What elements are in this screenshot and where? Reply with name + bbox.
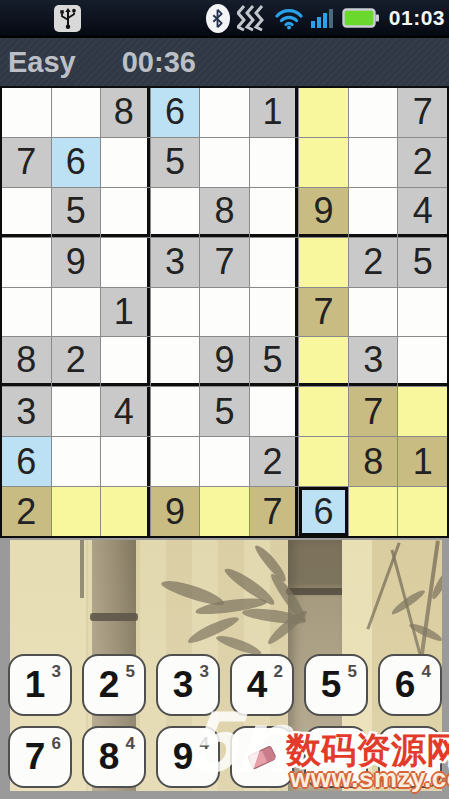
cell-r9c3[interactable]: [101, 487, 150, 536]
cell-r3c7[interactable]: 9: [299, 188, 348, 237]
num-button-digit: 3: [173, 664, 194, 706]
cell-r3c2[interactable]: 5: [52, 188, 101, 237]
cell-r4c3[interactable]: [101, 238, 150, 287]
notes-button[interactable]: #: [378, 726, 442, 788]
difficulty-label: Easy: [8, 46, 76, 79]
num-button-8[interactable]: 84: [82, 726, 146, 788]
cell-r6c4[interactable]: [151, 337, 200, 386]
num-button-count: 4: [126, 734, 135, 754]
cell-r2c6[interactable]: [250, 138, 299, 187]
numpad-row-2: 768494#: [0, 726, 449, 788]
num-button-count: 3: [200, 662, 209, 682]
cell-r6c2[interactable]: 2: [52, 337, 101, 386]
cell-r2c5[interactable]: [200, 138, 249, 187]
sudoku-board: 861776525894937251782953345762812976: [0, 86, 449, 538]
num-button-digit: 6: [395, 664, 416, 706]
num-button-digit: 8: [99, 736, 120, 778]
signal-icon: [311, 7, 335, 29]
eraser-icon: [247, 745, 277, 770]
cell-r1c6[interactable]: 1: [250, 88, 299, 137]
cell-r1c2[interactable]: [52, 88, 101, 137]
num-button-count: 5: [348, 662, 357, 682]
cell-r8c4[interactable]: [151, 437, 200, 486]
cell-r5c8[interactable]: [349, 288, 398, 337]
cell-r5c5[interactable]: [200, 288, 249, 337]
cell-r2c4[interactable]: 5: [151, 138, 200, 187]
cell-r5c4[interactable]: [151, 288, 200, 337]
cell-r9c2[interactable]: [52, 487, 101, 536]
cell-r1c5[interactable]: [200, 88, 249, 137]
cell-r7c6[interactable]: [250, 387, 299, 436]
cell-r7c3[interactable]: 4: [101, 387, 150, 436]
obscured-tool-button[interactable]: [304, 726, 368, 788]
num-button-7[interactable]: 76: [8, 726, 72, 788]
cell-r4c6[interactable]: [250, 238, 299, 287]
num-button-3[interactable]: 33: [156, 654, 220, 716]
vibrate-icon: [237, 4, 267, 32]
cell-r9c1[interactable]: 2: [2, 487, 51, 536]
cell-r8c1[interactable]: 6: [2, 437, 51, 486]
lower-panel: 132533425564 768494#: [0, 538, 449, 799]
cell-r1c9[interactable]: 7: [398, 88, 447, 137]
num-button-digit: 2: [99, 664, 120, 706]
cell-r7c8[interactable]: 7: [349, 387, 398, 436]
cell-r7c9[interactable]: [398, 387, 447, 436]
cell-r9c8[interactable]: [349, 487, 398, 536]
cell-r7c1[interactable]: 3: [2, 387, 51, 436]
cell-r7c2[interactable]: [52, 387, 101, 436]
cell-r1c4[interactable]: 6: [151, 88, 200, 137]
usb-icon: [54, 5, 81, 32]
cell-r8c6[interactable]: 2: [250, 437, 299, 486]
phone-screen: 01:03 Easy 00:36 86177652589493725178295…: [0, 0, 449, 799]
num-button-count: 3: [52, 662, 61, 682]
battery-icon: [342, 6, 380, 30]
cell-r7c7[interactable]: [299, 387, 348, 436]
num-button-count: 4: [422, 662, 431, 682]
cell-r2c8[interactable]: [349, 138, 398, 187]
cell-r9c5[interactable]: [200, 487, 249, 536]
num-button-digit: 4: [247, 664, 268, 706]
num-button-9[interactable]: 94: [156, 726, 220, 788]
num-button-count: 5: [126, 662, 135, 682]
num-button-5[interactable]: 55: [304, 654, 368, 716]
num-button-6[interactable]: 64: [378, 654, 442, 716]
num-button-2[interactable]: 25: [82, 654, 146, 716]
timer-label: 00:36: [122, 46, 196, 79]
num-button-digit: 9: [173, 736, 194, 778]
cell-r4c5[interactable]: 7: [200, 238, 249, 287]
cell-r8c3[interactable]: [101, 437, 150, 486]
cell-r6c1[interactable]: 8: [2, 337, 51, 386]
cell-r6c3[interactable]: [101, 337, 150, 386]
cell-r8c9[interactable]: 1: [398, 437, 447, 486]
cell-r6c7[interactable]: [299, 337, 348, 386]
cell-r2c9[interactable]: 2: [398, 138, 447, 187]
bluetooth-icon: [206, 4, 230, 33]
cell-r6c6[interactable]: 5: [250, 337, 299, 386]
eraser-button[interactable]: [230, 726, 294, 788]
cell-r9c9[interactable]: [398, 487, 447, 536]
game-header: Easy 00:36: [0, 38, 449, 86]
cell-r9c6[interactable]: 7: [250, 487, 299, 536]
cell-r6c9[interactable]: [398, 337, 447, 386]
cell-r5c1[interactable]: [2, 288, 51, 337]
cell-r1c8[interactable]: [349, 88, 398, 137]
cell-r1c7[interactable]: [299, 88, 348, 137]
cell-r7c4[interactable]: [151, 387, 200, 436]
cell-r3c1[interactable]: [2, 188, 51, 237]
cell-r8c2[interactable]: [52, 437, 101, 486]
cell-r8c5[interactable]: [200, 437, 249, 486]
cell-r4c8[interactable]: 2: [349, 238, 398, 287]
cell-r1c1[interactable]: [2, 88, 51, 137]
wifi-icon: [274, 6, 304, 30]
cell-r4c9[interactable]: 5: [398, 238, 447, 287]
cell-r5c9[interactable]: [398, 288, 447, 337]
cell-r4c2[interactable]: 9: [52, 238, 101, 287]
cell-r5c3[interactable]: 1: [101, 288, 150, 337]
cell-r8c7[interactable]: [299, 437, 348, 486]
cell-r3c6[interactable]: [250, 188, 299, 237]
cell-r3c3[interactable]: [101, 188, 150, 237]
cell-r8c8[interactable]: 8: [349, 437, 398, 486]
cell-r3c5[interactable]: 8: [200, 188, 249, 237]
cell-r3c9[interactable]: 4: [398, 188, 447, 237]
cell-r9c4[interactable]: 9: [151, 487, 200, 536]
num-button-count: 6: [52, 734, 61, 754]
cell-r5c7[interactable]: 7: [299, 288, 348, 337]
clock-time: 01:03: [389, 6, 445, 30]
cell-r4c7[interactable]: [299, 238, 348, 287]
cell-r7c5[interactable]: 5: [200, 387, 249, 436]
num-button-digit: 7: [25, 736, 46, 778]
num-button-count: 4: [200, 734, 209, 754]
num-button-digit: 5: [321, 664, 342, 706]
numpad-row-1: 132533425564: [0, 654, 449, 716]
cell-r2c3[interactable]: [101, 138, 150, 187]
num-button-1[interactable]: 13: [8, 654, 72, 716]
num-button-4[interactable]: 42: [230, 654, 294, 716]
cell-r2c7[interactable]: [299, 138, 348, 187]
cell-r3c4[interactable]: [151, 188, 200, 237]
num-button-digit: 1: [25, 664, 46, 706]
cell-r5c6[interactable]: [250, 288, 299, 337]
cell-r1c3[interactable]: 8: [101, 88, 150, 137]
cell-r6c8[interactable]: 3: [349, 337, 398, 386]
cell-r4c4[interactable]: 3: [151, 238, 200, 287]
cell-r9c7[interactable]: 6: [299, 487, 348, 536]
cell-r2c1[interactable]: 7: [2, 138, 51, 187]
cell-r2c2[interactable]: 6: [52, 138, 101, 187]
status-bar: 01:03: [0, 0, 449, 38]
cell-r6c5[interactable]: 9: [200, 337, 249, 386]
cell-r5c2[interactable]: [52, 288, 101, 337]
notes-icon: #: [403, 733, 416, 761]
num-button-count: 2: [274, 662, 283, 682]
cell-r4c1[interactable]: [2, 238, 51, 287]
cell-r3c8[interactable]: [349, 188, 398, 237]
